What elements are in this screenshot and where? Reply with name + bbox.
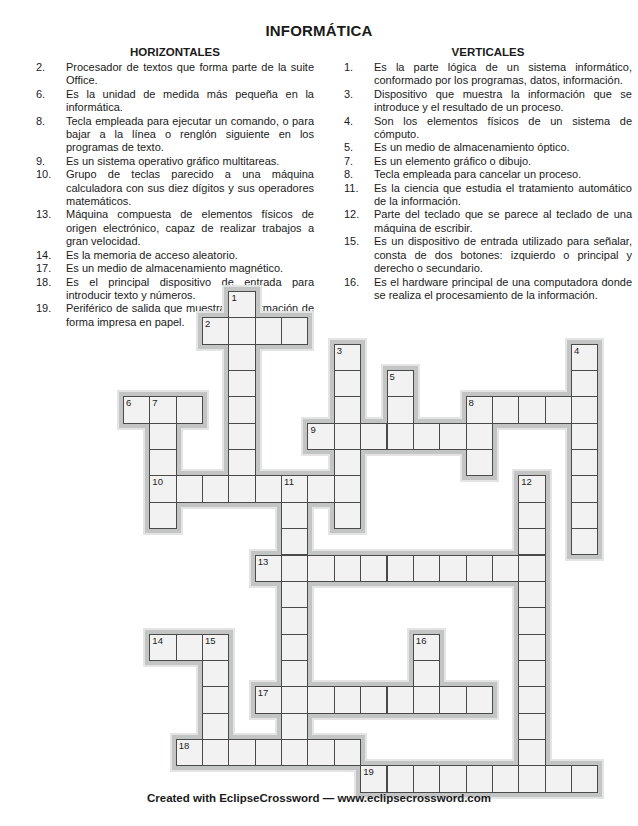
cell-r4c16[interactable] [545,396,572,423]
cell-number-19: 19 [363,766,374,777]
cell-r13c1[interactable]: 14 [149,634,176,661]
cell-r18c12[interactable] [439,765,466,792]
cell-r15c15[interactable] [518,686,545,713]
cell-r5c9[interactable] [360,423,387,450]
cell-r4c2[interactable] [176,396,203,423]
cell-r15c10[interactable] [387,686,414,713]
cell-r4c10[interactable] [387,396,414,423]
cell-r10c14[interactable] [492,555,519,582]
cell-r15c3[interactable] [202,686,229,713]
cell-r14c15[interactable] [518,660,545,687]
cell-r11c15[interactable] [518,581,545,608]
cell-r13c15[interactable] [518,634,545,661]
crossword-page: INFORMÁTICA HORIZONTALES 2.Procesador de… [0,0,638,826]
cell-r13c11[interactable]: 16 [413,634,440,661]
cell-number-17: 17 [258,687,269,698]
cell-r13c6[interactable] [281,634,308,661]
cell-r4c1[interactable]: 7 [149,396,176,423]
cell-r8c1[interactable] [149,502,176,529]
cell-r15c9[interactable] [360,686,387,713]
cell-number-6: 6 [126,397,131,408]
cell-r4c13[interactable]: 8 [466,396,493,423]
cell-r4c17[interactable] [571,396,598,423]
cell-r8c6[interactable] [281,502,308,529]
cell-number-5: 5 [390,371,395,382]
cell-number-4: 4 [574,345,579,356]
cell-r15c11[interactable] [413,686,440,713]
cell-r5c7[interactable]: 9 [307,423,334,450]
cell-r5c13[interactable] [466,423,493,450]
footer-credit: Created with EclipseCrossword — www.ecli… [0,792,638,804]
cell-r10c5[interactable]: 13 [255,555,282,582]
cell-number-2: 2 [205,318,210,329]
cell-r15c7[interactable] [307,686,334,713]
cell-r10c8[interactable] [334,555,361,582]
cell-number-14: 14 [152,635,163,646]
cell-r17c7[interactable] [307,739,334,766]
cell-r4c0[interactable]: 6 [123,396,150,423]
cell-r10c7[interactable] [307,555,334,582]
cell-r5c17[interactable] [571,423,598,450]
cell-r15c8[interactable] [334,686,361,713]
cell-r7c3[interactable] [202,475,229,502]
cell-r5c10[interactable] [387,423,414,450]
cell-r18c9[interactable]: 19 [360,765,387,792]
cell-r18c10[interactable] [387,765,414,792]
cell-r7c17[interactable] [571,475,598,502]
cell-r5c8[interactable] [334,423,361,450]
cell-r17c15[interactable] [518,739,545,766]
cell-r7c4[interactable] [228,475,255,502]
cell-number-10: 10 [152,476,163,487]
cell-r9c15[interactable] [518,528,545,555]
cell-r2c8[interactable]: 3 [334,344,361,371]
cell-r7c8[interactable] [334,475,361,502]
cell-r7c15[interactable]: 12 [518,475,545,502]
cell-r0c4[interactable]: 1 [228,291,255,318]
cell-r17c8[interactable] [334,739,361,766]
cell-number-7: 7 [152,397,157,408]
cell-r1c5[interactable] [255,317,282,344]
cell-r8c15[interactable] [518,502,545,529]
cell-number-18: 18 [179,740,190,751]
cell-r18c14[interactable] [492,765,519,792]
cell-r10c15[interactable] [518,555,545,582]
crossword-grid: 12345678910111213141516171819 [0,0,638,826]
cell-r4c14[interactable] [492,396,519,423]
cell-r5c4[interactable] [228,423,255,450]
cell-r5c12[interactable] [439,423,466,450]
cell-r15c6[interactable] [281,686,308,713]
cell-r5c11[interactable] [413,423,440,450]
cell-r18c11[interactable] [413,765,440,792]
cell-r12c15[interactable] [518,607,545,634]
cell-r10c12[interactable] [439,555,466,582]
cell-r18c17[interactable] [571,765,598,792]
cell-r14c11[interactable] [413,660,440,687]
cell-r2c17[interactable]: 4 [571,344,598,371]
cell-r3c17[interactable] [571,370,598,397]
cell-r4c15[interactable] [518,396,545,423]
cell-r15c13[interactable] [466,686,493,713]
cell-r17c6[interactable] [281,739,308,766]
cell-r7c1[interactable]: 10 [149,475,176,502]
cell-r17c4[interactable] [228,739,255,766]
cell-r7c7[interactable] [307,475,334,502]
cell-r10c9[interactable] [360,555,387,582]
cell-r15c5[interactable]: 17 [255,686,282,713]
cell-number-11: 11 [284,476,294,487]
cell-r15c12[interactable] [439,686,466,713]
cell-number-15: 15 [205,635,216,646]
cell-r8c17[interactable] [571,502,598,529]
cell-r6c8[interactable] [334,449,361,476]
cell-r4c4[interactable] [228,396,255,423]
cell-r6c13[interactable] [466,449,493,476]
cell-r10c13[interactable] [466,555,493,582]
cell-r6c1[interactable] [149,449,176,476]
cell-r3c10[interactable]: 5 [387,370,414,397]
cell-r16c6[interactable] [281,713,308,740]
cell-number-1: 1 [231,292,236,303]
cell-r18c15[interactable] [518,765,545,792]
cell-r10c10[interactable] [387,555,414,582]
cell-r7c5[interactable] [255,475,282,502]
cell-r1c6[interactable] [281,317,308,344]
cell-r13c3[interactable]: 15 [202,634,229,661]
cell-r16c15[interactable] [518,713,545,740]
cell-number-8: 8 [469,397,474,408]
cell-number-13: 13 [258,556,269,567]
cell-r4c8[interactable] [334,396,361,423]
cell-r16c3[interactable] [202,713,229,740]
cell-r7c6[interactable]: 11 [281,475,308,502]
cell-r2c4[interactable] [228,344,255,371]
cell-number-16: 16 [416,635,427,646]
cell-r10c6[interactable] [281,555,308,582]
cell-r7c2[interactable] [176,475,203,502]
cell-r14c6[interactable] [281,660,308,687]
cell-r3c8[interactable] [334,370,361,397]
cell-r6c4[interactable] [228,449,255,476]
cell-r13c2[interactable] [176,634,203,661]
cell-r17c5[interactable] [255,739,282,766]
cell-r18c13[interactable] [466,765,493,792]
cell-number-12: 12 [521,476,532,487]
cell-r1c3[interactable]: 2 [202,317,229,344]
cell-r5c1[interactable] [149,423,176,450]
cell-r6c17[interactable] [571,449,598,476]
cell-r10c11[interactable] [413,555,440,582]
cell-r9c6[interactable] [281,528,308,555]
cell-r11c6[interactable] [281,581,308,608]
cell-r17c2[interactable]: 18 [176,739,203,766]
cell-r1c4[interactable] [228,317,255,344]
cell-r18c16[interactable] [545,765,572,792]
cell-r3c4[interactable] [228,370,255,397]
cell-number-9: 9 [310,424,315,435]
cell-r8c8[interactable] [334,502,361,529]
cell-r12c6[interactable] [281,607,308,634]
cell-number-3: 3 [337,345,342,356]
cell-r9c17[interactable] [571,528,598,555]
cell-r14c3[interactable] [202,660,229,687]
cell-r17c3[interactable] [202,739,229,766]
